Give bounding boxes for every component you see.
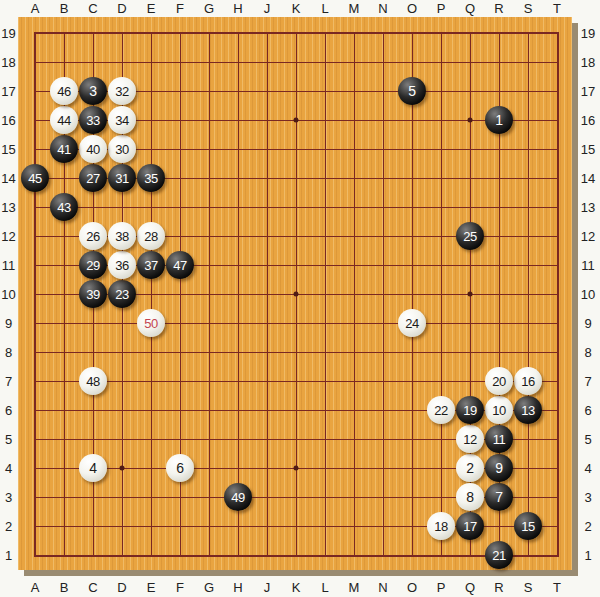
stone-white-24: 24 [398,309,426,337]
stone-white-48: 48 [79,367,107,395]
intersections-layer: 1234567891011121315161718192021222324252… [35,33,558,556]
row-label-right-14: 14 [577,171,599,186]
stone-black-37: 37 [137,251,165,279]
column-label-top-j: J [264,1,271,16]
column-label-top-h: H [233,1,242,16]
column-label-bottom-d: D [117,580,126,595]
star-point-q16 [468,118,473,123]
stone-black-15: 15 [514,512,542,540]
row-label-left-9: 9 [0,316,17,331]
row-label-right-16: 16 [577,113,599,128]
column-label-top-m: M [349,1,360,16]
stone-white-34: 34 [108,106,136,134]
stone-white-40: 40 [79,135,107,163]
row-label-right-19: 19 [577,26,599,41]
stone-white-28: 28 [137,222,165,250]
column-label-bottom-b: B [60,580,69,595]
column-label-bottom-n: N [378,580,387,595]
stone-white-2: 2 [456,454,484,482]
column-label-top-d: D [117,1,126,16]
column-label-top-s: S [524,1,533,16]
row-label-right-12: 12 [577,229,599,244]
row-label-right-3: 3 [577,490,599,505]
column-label-top-o: O [407,1,417,16]
column-label-top-p: P [437,1,446,16]
row-label-right-15: 15 [577,142,599,157]
column-label-bottom-k: K [292,580,301,595]
stone-black-27: 27 [79,164,107,192]
row-label-right-7: 7 [577,374,599,389]
row-label-left-8: 8 [0,345,17,360]
column-label-top-c: C [88,1,97,16]
row-label-left-18: 18 [0,55,17,70]
column-label-top-b: B [60,1,69,16]
column-label-bottom-f: F [176,580,184,595]
star-point-k10 [294,292,299,297]
stone-black-41: 41 [50,135,78,163]
column-label-bottom-r: R [494,580,503,595]
stone-black-3: 3 [79,77,107,105]
column-label-top-l: L [321,1,328,16]
row-label-right-2: 2 [577,519,599,534]
stone-white-26: 26 [79,222,107,250]
stone-black-33: 33 [79,106,107,134]
stone-black-9: 9 [485,454,513,482]
row-label-left-19: 19 [0,26,17,41]
row-label-left-13: 13 [0,200,17,215]
row-label-right-5: 5 [577,432,599,447]
stone-white-46: 46 [50,77,78,105]
row-label-right-9: 9 [577,316,599,331]
row-label-left-5: 5 [0,432,17,447]
column-label-top-t: T [553,1,561,16]
column-label-bottom-h: H [233,580,242,595]
row-label-right-13: 13 [577,200,599,215]
column-label-bottom-s: S [524,580,533,595]
row-label-left-3: 3 [0,490,17,505]
star-point-k4 [294,466,299,471]
stone-white-20: 20 [485,367,513,395]
stone-white-4: 4 [79,454,107,482]
stone-black-25: 25 [456,222,484,250]
stone-white-12: 12 [456,425,484,453]
stone-white-32: 32 [108,77,136,105]
column-label-bottom-e: E [147,580,156,595]
stone-black-13: 13 [514,396,542,424]
row-label-right-6: 6 [577,403,599,418]
column-label-top-r: R [494,1,503,16]
column-label-top-q: Q [465,1,475,16]
star-point-q10 [468,292,473,297]
row-label-right-17: 17 [577,84,599,99]
column-label-bottom-o: O [407,580,417,595]
column-label-bottom-l: L [321,580,328,595]
star-point-d4 [120,466,125,471]
go-board-diagram: 1234567891011121315161718192021222324252… [0,0,600,597]
column-label-top-a: A [31,1,40,16]
stone-black-23: 23 [108,280,136,308]
stone-white-38: 38 [108,222,136,250]
stone-white-16: 16 [514,367,542,395]
stone-white-36: 36 [108,251,136,279]
stone-black-45: 45 [21,164,49,192]
stone-black-43: 43 [50,193,78,221]
column-label-bottom-t: T [553,580,561,595]
column-label-bottom-c: C [88,580,97,595]
stone-white-8: 8 [456,483,484,511]
row-label-left-1: 1 [0,548,17,563]
stone-black-19: 19 [456,396,484,424]
row-label-left-15: 15 [0,142,17,157]
stone-white-18: 18 [427,512,455,540]
stone-black-47: 47 [166,251,194,279]
stone-black-49: 49 [224,483,252,511]
stone-white-10: 10 [485,396,513,424]
column-label-top-n: N [378,1,387,16]
stone-black-21: 21 [485,541,513,569]
row-label-right-11: 11 [577,258,599,273]
stone-black-17: 17 [456,512,484,540]
stone-black-39: 39 [79,280,107,308]
row-label-left-17: 17 [0,84,17,99]
goban[interactable]: 1234567891011121315161718192021222324252… [18,17,572,570]
stone-black-5: 5 [398,77,426,105]
stone-black-31: 31 [108,164,136,192]
row-label-right-1: 1 [577,548,599,563]
stone-white-6: 6 [166,454,194,482]
column-label-bottom-g: G [204,580,214,595]
row-label-left-10: 10 [0,287,17,302]
row-label-left-11: 11 [0,258,17,273]
column-label-top-e: E [147,1,156,16]
stone-white-30: 30 [108,135,136,163]
column-label-bottom-q: Q [465,580,475,595]
star-point-k16 [294,118,299,123]
row-label-right-8: 8 [577,345,599,360]
row-label-left-16: 16 [0,113,17,128]
stone-white-22: 22 [427,396,455,424]
column-label-top-g: G [204,1,214,16]
column-label-top-f: F [176,1,184,16]
row-label-left-14: 14 [0,171,17,186]
column-label-bottom-j: J [264,580,271,595]
stone-black-29: 29 [79,251,107,279]
row-label-right-18: 18 [577,55,599,70]
column-label-bottom-p: P [437,580,446,595]
column-label-bottom-a: A [31,580,40,595]
stone-black-35: 35 [137,164,165,192]
column-label-top-k: K [292,1,301,16]
row-label-left-12: 12 [0,229,17,244]
row-label-right-4: 4 [577,461,599,476]
row-label-left-4: 4 [0,461,17,476]
stone-black-1: 1 [485,106,513,134]
row-label-right-10: 10 [577,287,599,302]
row-label-left-6: 6 [0,403,17,418]
stone-white-44: 44 [50,106,78,134]
stone-white-50: 50 [137,309,165,337]
row-label-left-7: 7 [0,374,17,389]
stone-black-11: 11 [485,425,513,453]
stone-black-7: 7 [485,483,513,511]
column-label-bottom-m: M [349,580,360,595]
row-label-left-2: 2 [0,519,17,534]
